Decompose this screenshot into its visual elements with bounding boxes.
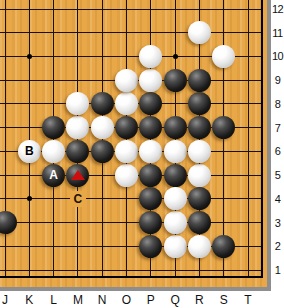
stone-white-Q3[interactable] xyxy=(164,211,187,234)
stone-black-J3[interactable] xyxy=(0,211,17,234)
stone-white-R6[interactable] xyxy=(188,140,211,163)
stone-white-M8[interactable] xyxy=(66,92,89,115)
column-label-S: S xyxy=(216,293,232,307)
stone-black-N6[interactable] xyxy=(91,140,114,163)
row-label-9: 9 xyxy=(271,74,284,86)
row-label-10: 10 xyxy=(271,50,284,62)
column-label-J: J xyxy=(0,293,13,307)
stone-white-R11[interactable] xyxy=(188,21,211,44)
stone-white-P9[interactable] xyxy=(139,69,162,92)
stone-white-O6[interactable] xyxy=(115,140,138,163)
grid-line-row-12 xyxy=(0,9,262,10)
row-coordinates: 121110987654321 xyxy=(271,0,284,291)
stone-black-P4[interactable] xyxy=(139,187,162,210)
stone-white-P6[interactable] xyxy=(139,140,162,163)
row-label-4: 4 xyxy=(271,193,284,205)
stone-white-Q6[interactable] xyxy=(164,140,187,163)
marker-B: B xyxy=(18,140,41,163)
board-edge-bottom xyxy=(0,276,263,278)
row-label-8: 8 xyxy=(271,98,284,110)
column-label-P: P xyxy=(143,293,159,307)
row-label-2: 2 xyxy=(271,240,284,252)
stone-black-R4[interactable] xyxy=(188,187,211,210)
stone-black-O7[interactable] xyxy=(115,116,138,139)
marker-triangle-icon xyxy=(71,170,85,180)
row-label-11: 11 xyxy=(271,27,284,39)
stone-white-R5[interactable] xyxy=(188,164,211,187)
grid-line-column-K xyxy=(29,0,30,277)
stone-black-R8[interactable] xyxy=(188,92,211,115)
row-label-3: 3 xyxy=(271,217,284,229)
stone-white-S10[interactable] xyxy=(212,45,235,68)
stone-white-Q4[interactable] xyxy=(164,187,187,210)
stone-black-P5[interactable] xyxy=(139,164,162,187)
marker-C: C xyxy=(70,191,86,207)
stone-black-S2[interactable] xyxy=(212,235,235,258)
stone-black-R9[interactable] xyxy=(188,69,211,92)
grid-line-column-J xyxy=(5,0,6,277)
column-label-T: T xyxy=(240,293,256,307)
board-edge-right xyxy=(261,0,263,278)
stone-black-Q9[interactable] xyxy=(164,69,187,92)
row-label-6: 6 xyxy=(271,145,284,157)
go-diagram-screenshot: ABC 121110987654321 JKLMNOPQRST xyxy=(0,0,284,308)
column-label-O: O xyxy=(119,293,135,307)
stone-black-N8[interactable] xyxy=(91,92,114,115)
stone-white-R2[interactable] xyxy=(188,235,211,258)
column-label-R: R xyxy=(191,293,207,307)
stone-white-O5[interactable] xyxy=(115,164,138,187)
grid-line-column-T xyxy=(248,0,249,277)
column-label-N: N xyxy=(94,293,110,307)
stone-black-R3[interactable] xyxy=(188,211,211,234)
go-board[interactable]: ABC xyxy=(0,0,271,291)
grid-line-row-4 xyxy=(0,198,262,199)
stone-black-Q7[interactable] xyxy=(164,116,187,139)
star-point-Q10 xyxy=(173,54,178,59)
stone-white-P10[interactable] xyxy=(139,45,162,68)
grid-line-row-11 xyxy=(0,32,262,33)
stone-black-R7[interactable] xyxy=(188,116,211,139)
column-label-L: L xyxy=(46,293,62,307)
stone-black-L7[interactable] xyxy=(42,116,65,139)
column-label-M: M xyxy=(70,293,86,307)
grid-line-row-1 xyxy=(0,270,262,271)
stone-white-M7[interactable] xyxy=(66,116,89,139)
stone-black-S7[interactable] xyxy=(212,116,235,139)
stone-white-N7[interactable] xyxy=(91,116,114,139)
stone-black-M6[interactable] xyxy=(66,140,89,163)
stone-white-Q2[interactable] xyxy=(164,235,187,258)
grid-line-row-3 xyxy=(0,222,262,223)
row-label-7: 7 xyxy=(271,122,284,134)
row-label-1: 1 xyxy=(271,264,284,276)
row-label-12: 12 xyxy=(271,3,284,15)
stone-black-Q5[interactable] xyxy=(164,164,187,187)
stone-white-L6[interactable] xyxy=(42,140,65,163)
column-coordinates: JKLMNOPQRST xyxy=(0,291,284,308)
marker-A: A xyxy=(42,164,65,187)
stone-black-P8[interactable] xyxy=(139,92,162,115)
stone-white-O8[interactable] xyxy=(115,92,138,115)
stone-white-O9[interactable] xyxy=(115,69,138,92)
star-point-K10 xyxy=(27,54,32,59)
stone-black-P3[interactable] xyxy=(139,211,162,234)
row-label-5: 5 xyxy=(271,169,284,181)
column-label-Q: Q xyxy=(167,293,183,307)
stone-black-P2[interactable] xyxy=(139,235,162,258)
column-label-K: K xyxy=(21,293,37,307)
star-point-K4 xyxy=(27,196,32,201)
stone-black-P7[interactable] xyxy=(139,116,162,139)
